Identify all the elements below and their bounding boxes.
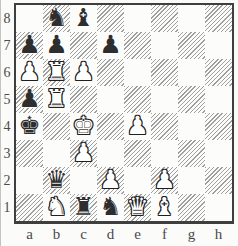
file-label-g: g — [178, 226, 205, 243]
square-d6 — [97, 59, 124, 86]
square-g5 — [178, 86, 205, 113]
square-b6: ♜ — [43, 59, 70, 86]
black-rook-c1: ♜ — [72, 194, 94, 219]
square-g3 — [178, 140, 205, 167]
square-c5 — [70, 86, 97, 113]
white-knight-b1: ♞ — [45, 194, 67, 219]
white-pawn-e4: ♟ — [126, 113, 148, 138]
square-a8 — [16, 5, 43, 32]
file-label-b: b — [43, 226, 70, 243]
square-c2 — [70, 167, 97, 194]
square-a6: ♟ — [16, 59, 43, 86]
square-g6 — [178, 59, 205, 86]
file-label-d: d — [97, 226, 124, 243]
square-c8: ♝ — [70, 5, 97, 32]
square-f7 — [151, 32, 178, 59]
white-queen-e1: ♛ — [126, 194, 148, 219]
square-a7: ♟ — [16, 32, 43, 59]
white-pawn-f2: ♟ — [153, 167, 175, 192]
square-e6 — [124, 59, 151, 86]
square-b4 — [43, 113, 70, 140]
square-h6 — [205, 59, 232, 86]
square-e2 — [124, 167, 151, 194]
square-h1 — [205, 194, 232, 221]
square-c6: ♟ — [70, 59, 97, 86]
rank-labels: 87654321 — [1, 5, 13, 221]
file-label-a: a — [16, 226, 43, 243]
rank-label-8: 8 — [1, 5, 13, 32]
white-pawn-c6: ♟ — [72, 59, 94, 84]
rank-label-7: 7 — [1, 32, 13, 59]
black-queen-b2: ♛ — [45, 167, 67, 192]
file-label-f: f — [151, 226, 178, 243]
chess-diagram-page: 87654321 ♞♝♟♟♟♟♜♟♟♜♚♚♟♟♛♟♟♞♜♞♛♝ abcdefgh — [0, 0, 238, 246]
white-king-c4: ♚ — [72, 113, 94, 138]
square-b1: ♞ — [43, 194, 70, 221]
square-b5: ♜ — [43, 86, 70, 113]
square-d3 — [97, 140, 124, 167]
white-rook-b6: ♜ — [45, 59, 67, 84]
square-a4: ♚ — [16, 113, 43, 140]
black-pawn-a5: ♟ — [18, 86, 40, 111]
rank-label-5: 5 — [1, 86, 13, 113]
black-bishop-c8: ♝ — [72, 5, 94, 30]
black-knight-b8: ♞ — [45, 5, 67, 30]
square-f6 — [151, 59, 178, 86]
black-pawn-b7: ♟ — [45, 32, 67, 57]
square-e4: ♟ — [124, 113, 151, 140]
file-label-c: c — [70, 226, 97, 243]
white-rook-b5: ♜ — [45, 86, 67, 111]
square-h7 — [205, 32, 232, 59]
square-b8: ♞ — [43, 5, 70, 32]
square-a1 — [16, 194, 43, 221]
square-f1: ♝ — [151, 194, 178, 221]
square-f3 — [151, 140, 178, 167]
square-f8 — [151, 5, 178, 32]
square-f4 — [151, 113, 178, 140]
square-g7 — [178, 32, 205, 59]
square-d7: ♟ — [97, 32, 124, 59]
square-d4 — [97, 113, 124, 140]
square-c7 — [70, 32, 97, 59]
square-d1: ♞ — [97, 194, 124, 221]
file-label-e: e — [124, 226, 151, 243]
square-f5 — [151, 86, 178, 113]
black-pawn-a7: ♟ — [18, 32, 40, 57]
square-e5 — [124, 86, 151, 113]
square-h2 — [205, 167, 232, 194]
square-g2 — [178, 167, 205, 194]
black-king-a4: ♚ — [18, 113, 40, 138]
square-c3: ♟ — [70, 140, 97, 167]
rank-label-4: 4 — [1, 113, 13, 140]
square-d2: ♟ — [97, 167, 124, 194]
square-h3 — [205, 140, 232, 167]
file-label-h: h — [205, 226, 232, 243]
square-c4: ♚ — [70, 113, 97, 140]
square-b3 — [43, 140, 70, 167]
square-d5 — [97, 86, 124, 113]
square-h4 — [205, 113, 232, 140]
rank-label-2: 2 — [1, 167, 13, 194]
square-e8 — [124, 5, 151, 32]
square-b2: ♛ — [43, 167, 70, 194]
square-e3 — [124, 140, 151, 167]
black-knight-d1: ♞ — [99, 194, 121, 219]
square-g1 — [178, 194, 205, 221]
square-f2: ♟ — [151, 167, 178, 194]
white-pawn-a6: ♟ — [18, 59, 40, 84]
square-d8 — [97, 5, 124, 32]
square-h8 — [205, 5, 232, 32]
square-a3 — [16, 140, 43, 167]
square-b7: ♟ — [43, 32, 70, 59]
rank-label-6: 6 — [1, 59, 13, 86]
white-bishop-f1: ♝ — [153, 194, 175, 219]
rank-label-1: 1 — [1, 194, 13, 221]
square-c1: ♜ — [70, 194, 97, 221]
square-e7 — [124, 32, 151, 59]
chess-board: ♞♝♟♟♟♟♜♟♟♜♚♚♟♟♛♟♟♞♜♞♛♝ — [14, 3, 234, 224]
white-pawn-c3: ♟ — [72, 140, 94, 165]
square-a2 — [16, 167, 43, 194]
square-g8 — [178, 5, 205, 32]
square-g4 — [178, 113, 205, 140]
file-labels: abcdefgh — [16, 226, 232, 243]
square-a5: ♟ — [16, 86, 43, 113]
white-pawn-d2: ♟ — [99, 167, 121, 192]
rank-label-3: 3 — [1, 140, 13, 167]
square-h5 — [205, 86, 232, 113]
square-e1: ♛ — [124, 194, 151, 221]
black-pawn-d7: ♟ — [99, 32, 121, 57]
